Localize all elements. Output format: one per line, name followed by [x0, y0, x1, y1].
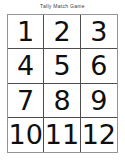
number-cell-8: 8 [44, 84, 80, 118]
number-cell-3: 3 [81, 15, 117, 49]
number-cell-4: 4 [8, 49, 44, 83]
number-cell-5: 5 [44, 49, 80, 83]
number-cell-1: 1 [8, 15, 44, 49]
number-cell-2: 2 [44, 15, 80, 49]
number-grid: 1 2 3 4 5 6 7 8 9 10 11 12 [7, 14, 118, 153]
number-cell-11: 11 [44, 118, 80, 152]
document-title: Tally Match Game [0, 3, 125, 9]
number-cell-12: 12 [81, 118, 117, 152]
number-cell-9: 9 [81, 84, 117, 118]
number-cell-7: 7 [8, 84, 44, 118]
number-cell-10: 10 [8, 118, 44, 152]
number-cell-6: 6 [81, 49, 117, 83]
